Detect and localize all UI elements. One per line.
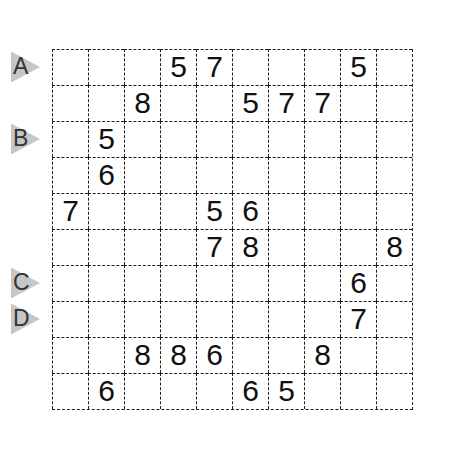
row-marker-label: B <box>13 127 28 150</box>
grid-cell-r9c5[interactable]: 6 <box>196 337 232 373</box>
grid-cell-r4c4[interactable] <box>160 157 196 193</box>
grid-cell-r10c5[interactable] <box>196 373 232 409</box>
grid-cell-r1c2[interactable] <box>88 49 124 85</box>
grid-cell-r6c8[interactable] <box>304 229 340 265</box>
grid-cell-r3c7[interactable] <box>268 121 304 157</box>
row-marker-label: C <box>13 271 30 294</box>
puzzle-canvas: A B C D 575857756756788678868665 <box>0 0 461 459</box>
grid-cell-r2c4[interactable] <box>160 85 196 121</box>
grid-cell-r3c2[interactable]: 5 <box>88 121 124 157</box>
grid-cell-r7c5[interactable] <box>196 265 232 301</box>
grid-cell-r7c9[interactable]: 6 <box>340 265 376 301</box>
grid-cell-r9c7[interactable] <box>268 337 304 373</box>
grid-cell-r10c2[interactable]: 6 <box>88 373 124 409</box>
grid-cell-r9c6[interactable] <box>232 337 268 373</box>
grid-cell-r8c2[interactable] <box>88 301 124 337</box>
row-marker-b: B <box>11 124 40 155</box>
given-digit: 6 <box>242 376 259 406</box>
grid-cell-r1c8[interactable] <box>304 49 340 85</box>
grid-cell-r2c2[interactable] <box>88 85 124 121</box>
grid-cell-r2c8[interactable]: 7 <box>304 85 340 121</box>
grid-cell-r5c1[interactable]: 7 <box>52 193 88 229</box>
grid-cell-r10c9[interactable] <box>340 373 376 409</box>
grid-cell-r5c9[interactable] <box>340 193 376 229</box>
grid-cell-r4c10[interactable] <box>376 157 412 193</box>
given-digit: 8 <box>134 340 151 370</box>
grid-cell-r3c3[interactable] <box>124 121 160 157</box>
row-marker-c: C <box>11 268 40 299</box>
grid-cell-r7c10[interactable] <box>376 265 412 301</box>
grid-cell-r8c3[interactable] <box>124 301 160 337</box>
row-marker-label: A <box>13 55 28 78</box>
grid-cell-r5c3[interactable] <box>124 193 160 229</box>
grid-cell-r7c1[interactable] <box>52 265 88 301</box>
grid-cell-r1c4[interactable]: 5 <box>160 49 196 85</box>
grid-cell-r7c3[interactable] <box>124 265 160 301</box>
grid-cell-r1c1[interactable] <box>52 49 88 85</box>
grid-cell-r4c2[interactable]: 6 <box>88 157 124 193</box>
given-digit: 6 <box>98 160 115 190</box>
grid-cell-r8c9[interactable]: 7 <box>340 301 376 337</box>
grid-cell-r7c8[interactable] <box>304 265 340 301</box>
given-digit: 6 <box>242 196 259 226</box>
grid-cell-r4c1[interactable] <box>52 157 88 193</box>
grid-cell-r10c8[interactable] <box>304 373 340 409</box>
grid-cell-r8c1[interactable] <box>52 301 88 337</box>
given-digit: 7 <box>206 232 223 262</box>
given-digit: 5 <box>242 88 259 118</box>
grid-cell-r1c9[interactable]: 5 <box>340 49 376 85</box>
given-digit: 8 <box>314 340 331 370</box>
grid-cell-r3c10[interactable] <box>376 121 412 157</box>
grid-cell-r6c6[interactable]: 8 <box>232 229 268 265</box>
grid-cell-r6c9[interactable] <box>340 229 376 265</box>
grid-cell-r2c10[interactable] <box>376 85 412 121</box>
given-digit: 5 <box>278 376 295 406</box>
grid-cell-r1c6[interactable] <box>232 49 268 85</box>
grid-cell-r6c10[interactable]: 8 <box>376 229 412 265</box>
row-marker-d: D <box>11 304 40 335</box>
grid-cell-r2c5[interactable] <box>196 85 232 121</box>
grid-cell-r8c7[interactable] <box>268 301 304 337</box>
given-digit: 5 <box>350 52 367 82</box>
grid-cell-r9c10[interactable] <box>376 337 412 373</box>
grid-cell-r4c7[interactable] <box>268 157 304 193</box>
grid-cell-r4c3[interactable] <box>124 157 160 193</box>
grid-cell-r5c2[interactable] <box>88 193 124 229</box>
grid-cell-r1c3[interactable] <box>124 49 160 85</box>
grid-cell-r10c6[interactable]: 6 <box>232 373 268 409</box>
grid-cell-r10c1[interactable] <box>52 373 88 409</box>
grid-cell-r8c8[interactable] <box>304 301 340 337</box>
given-digit: 5 <box>98 124 115 154</box>
grid-cell-r7c2[interactable] <box>88 265 124 301</box>
grid-cell-r9c3[interactable]: 8 <box>124 337 160 373</box>
given-digit: 8 <box>386 232 403 262</box>
puzzle-board: 575857756756788678868665 <box>52 49 413 410</box>
row-marker-a: A <box>11 52 40 83</box>
grid-cell-r3c4[interactable] <box>160 121 196 157</box>
grid-cell-r10c3[interactable] <box>124 373 160 409</box>
grid-cell-r3c8[interactable] <box>304 121 340 157</box>
grid-cell-r8c6[interactable] <box>232 301 268 337</box>
grid-cell-r4c9[interactable] <box>340 157 376 193</box>
grid-cell-r9c2[interactable] <box>88 337 124 373</box>
grid-cell-r3c5[interactable] <box>196 121 232 157</box>
given-digit: 8 <box>134 88 151 118</box>
row-marker-label: D <box>13 307 30 330</box>
grid-cell-r8c4[interactable] <box>160 301 196 337</box>
grid-cell-r9c1[interactable] <box>52 337 88 373</box>
grid-cell-r5c5[interactable]: 5 <box>196 193 232 229</box>
grid-cell-r7c7[interactable] <box>268 265 304 301</box>
given-digit: 6 <box>98 376 115 406</box>
given-digit: 7 <box>206 52 223 82</box>
given-digit: 7 <box>278 88 295 118</box>
grid-cell-r2c9[interactable] <box>340 85 376 121</box>
grid-cell-r8c10[interactable] <box>376 301 412 337</box>
grid-cell-r9c9[interactable] <box>340 337 376 373</box>
grid-cell-r3c6[interactable] <box>232 121 268 157</box>
given-digit: 6 <box>206 340 223 370</box>
grid-cell-r5c10[interactable] <box>376 193 412 229</box>
grid-cell-r1c7[interactable] <box>268 49 304 85</box>
given-digit: 8 <box>170 340 187 370</box>
grid-cell-r6c4[interactable] <box>160 229 196 265</box>
grid-cell-r10c10[interactable] <box>376 373 412 409</box>
grid-cell-r9c8[interactable]: 8 <box>304 337 340 373</box>
grid-cell-r6c3[interactable] <box>124 229 160 265</box>
grid-cell-r5c7[interactable] <box>268 193 304 229</box>
given-digit: 6 <box>350 268 367 298</box>
grid-cell-r6c7[interactable] <box>268 229 304 265</box>
grid-cell-r1c10[interactable] <box>376 49 412 85</box>
grid-cell-r6c2[interactable] <box>88 229 124 265</box>
given-digit: 5 <box>170 52 187 82</box>
given-digit: 5 <box>206 196 223 226</box>
grid-cell-r7c4[interactable] <box>160 265 196 301</box>
grid-cell-r4c6[interactable] <box>232 157 268 193</box>
grid-cell-r2c7[interactable]: 7 <box>268 85 304 121</box>
grid-cell-r8c5[interactable] <box>196 301 232 337</box>
given-digit: 8 <box>242 232 259 262</box>
grid-cell-r2c1[interactable] <box>52 85 88 121</box>
given-digit: 7 <box>314 88 331 118</box>
given-digit: 7 <box>62 196 79 226</box>
grid-cell-r6c5[interactable]: 7 <box>196 229 232 265</box>
grid-cell-r1c5[interactable]: 7 <box>196 49 232 85</box>
grid-cell-r10c4[interactable] <box>160 373 196 409</box>
grid-cell-r4c8[interactable] <box>304 157 340 193</box>
grid-cell-r4c5[interactable] <box>196 157 232 193</box>
grid-cell-r5c8[interactable] <box>304 193 340 229</box>
grid-cell-r7c6[interactable] <box>232 265 268 301</box>
grid-cell-r3c1[interactable] <box>52 121 88 157</box>
grid-cell-r9c4[interactable]: 8 <box>160 337 196 373</box>
grid-cell-r3c9[interactable] <box>340 121 376 157</box>
grid-cell-r2c3[interactable]: 8 <box>124 85 160 121</box>
grid-cell-r6c1[interactable] <box>52 229 88 265</box>
given-digit: 7 <box>350 304 367 334</box>
grid-cell-r5c6[interactable]: 6 <box>232 193 268 229</box>
grid-cell-r10c7[interactable]: 5 <box>268 373 304 409</box>
grid-cell-r2c6[interactable]: 5 <box>232 85 268 121</box>
grid-cell-r5c4[interactable] <box>160 193 196 229</box>
